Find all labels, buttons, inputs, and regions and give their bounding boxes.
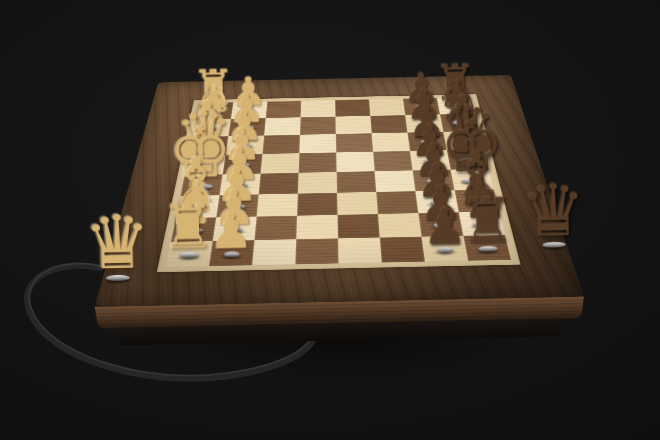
piece-metal-base bbox=[437, 247, 453, 253]
white-rook-glyph: ♜ bbox=[160, 197, 216, 256]
square-e5[interactable] bbox=[337, 171, 377, 193]
square-h3[interactable] bbox=[252, 239, 296, 265]
square-e3[interactable] bbox=[259, 173, 299, 195]
square-g3[interactable] bbox=[254, 216, 297, 240]
board-perspective: ♜♞♝♛♚♝♞♜♟♟♟♟♟♟♟♟♟♟♟♟♟♟♟♟♜♞♝♛♚♝♞♜♛♛ bbox=[127, 0, 545, 381]
square-h4[interactable] bbox=[295, 238, 338, 264]
square-h6[interactable] bbox=[380, 237, 425, 263]
square-b6[interactable] bbox=[370, 115, 407, 133]
chess-board[interactable]: ♜♞♝♛♚♝♞♜♟♟♟♟♟♟♟♟♟♟♟♟♟♟♟♟♜♞♝♛♚♝♞♜♛♛ bbox=[95, 75, 584, 307]
square-e6[interactable] bbox=[375, 170, 416, 192]
square-e4[interactable] bbox=[298, 172, 337, 194]
square-b5[interactable] bbox=[335, 116, 371, 134]
board-tilt-wrapper: ♜♞♝♛♚♝♞♜♟♟♟♟♟♟♟♟♟♟♟♟♟♟♟♟♜♞♝♛♚♝♞♜♛♛ bbox=[0, 0, 660, 440]
square-c5[interactable] bbox=[336, 133, 373, 152]
white-queen-glyph: ♛ bbox=[83, 207, 151, 279]
piece-metal-base bbox=[224, 251, 240, 257]
black-rook-glyph: ♜ bbox=[459, 191, 515, 250]
square-h5[interactable] bbox=[338, 238, 382, 264]
product-scene: ♜♞♝♛♚♝♞♜♟♟♟♟♟♟♟♟♟♟♟♟♟♟♟♟♜♞♝♛♚♝♞♜♛♛ bbox=[0, 0, 660, 440]
black-queen-glyph: ♛ bbox=[521, 177, 587, 246]
